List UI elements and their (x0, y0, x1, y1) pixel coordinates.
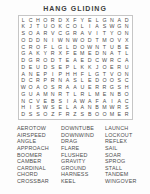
grid-cell-r12c8[interactable]: L (71, 91, 78, 98)
word-item: BOOMER (17, 152, 61, 159)
grid-cell-r15c11[interactable]: O (93, 112, 100, 119)
grid-cell-r15c6[interactable]: F (56, 112, 63, 119)
grid-cell-r15c8[interactable]: Z (71, 112, 78, 119)
grid-cell-r12c13[interactable]: N (108, 91, 115, 98)
word-item: CHORD (17, 171, 61, 178)
word-item: KEEL (61, 178, 105, 185)
grid-cell-r4c9[interactable]: O (79, 37, 86, 44)
grid-cell-r12c12[interactable]: E (101, 91, 108, 98)
word-item: HARNESS (61, 171, 105, 178)
word-item: APPROACH (17, 145, 61, 152)
grid-cell-r12c6[interactable]: R (56, 91, 63, 98)
grid-cell-r8c1[interactable]: D (20, 64, 27, 71)
grid-cell-r12c2[interactable]: U (27, 91, 34, 98)
word-item: SPROG (105, 158, 137, 165)
puzzle-title: HANG GLIDING (0, 0, 150, 12)
grid-cell-r15c2[interactable]: S (27, 112, 34, 119)
grid-cell-r4c15[interactable]: X (123, 37, 130, 44)
grid-cell-r4c10[interactable]: D (86, 37, 93, 44)
word-item: DOWNWIND (61, 132, 105, 139)
word-item: AIRSPEED (17, 132, 61, 139)
word-item: GROUND (61, 165, 105, 172)
grid-cell-r8c5[interactable]: S (49, 64, 56, 71)
grid-cell-r8c6[interactable]: E (56, 64, 63, 71)
grid-cell-r8c8[interactable]: L (71, 64, 78, 71)
grid-cell-r4c12[interactable]: M (101, 37, 108, 44)
grid-cell-r4c5[interactable]: I (49, 37, 56, 44)
grid-cell-r4c6[interactable]: W (56, 37, 63, 44)
grid-cell-r12c3[interactable]: A (34, 91, 41, 98)
grid-cell-r8c13[interactable]: E (108, 64, 115, 71)
grid-cell-r15c3[interactable]: S (34, 112, 41, 119)
grid-cell-r8c12[interactable]: O (101, 64, 108, 71)
grid-cell-r4c7[interactable]: N (64, 37, 71, 44)
grid-cell-r15c5[interactable]: Z (49, 112, 56, 119)
grid-cell-r8c14[interactable]: R (116, 64, 123, 71)
puzzle-sheet: HANG GLIDING LCHORDXFYELGNADKJTUOKCOLIAS… (0, 0, 150, 194)
word-item: CAMBER (17, 158, 61, 165)
word-item: STALL (105, 165, 137, 172)
grid-cell-r8c11[interactable]: J (93, 64, 100, 71)
word-item: CROSSBAR (17, 178, 61, 185)
grid-cell-r15c10[interactable]: B (86, 112, 93, 119)
word-item: WINGOVER (105, 178, 137, 185)
word-item: LAUNCH (105, 125, 137, 132)
grid-cell-r4c1[interactable]: O (20, 37, 27, 44)
grid-cell-r12c15[interactable]: O (123, 91, 130, 98)
grid-cell-r8c4[interactable]: D (42, 64, 49, 71)
grid-cell-r12c1[interactable]: G (20, 91, 27, 98)
grid-cell-r4c13[interactable]: O (108, 37, 115, 44)
grid-cell-r12c14[interactable]: B (116, 91, 123, 98)
word-item: DRAG (61, 138, 105, 145)
grid-cell-r12c9[interactable]: R (79, 91, 86, 98)
grid-cell-r4c3[interactable]: D (34, 37, 41, 44)
grid-cell-r15c15[interactable]: R (123, 112, 130, 119)
word-item: CARDINAL (17, 165, 61, 172)
grid-cell-r4c14[interactable]: V (116, 37, 123, 44)
grid-cell-r8c10[interactable]: K (86, 64, 93, 71)
word-item: TANDEM (105, 171, 137, 178)
grid-cell-r15c4[interactable]: O (42, 112, 49, 119)
word-item: GRAVITY (61, 158, 105, 165)
grid-cell-r15c7[interactable]: R (64, 112, 71, 119)
word-list-column-2: DOWNTUBEDOWNWINDDRAGFLAREFLUSHEDGRAVITYG… (61, 125, 105, 184)
word-item: FLUSHED (61, 152, 105, 159)
grid-cell-r12c11[interactable]: M (93, 91, 100, 98)
grid-cell-r4c2[interactable]: D (27, 37, 34, 44)
grid-cell-r15c14[interactable]: E (116, 112, 123, 119)
grid-cell-r8c15[interactable]: U (123, 64, 130, 71)
word-item: SOAR (105, 152, 137, 159)
letter-grid: LCHORDXFYELGNADKJTUOKCOLIASWGNSOARVCGRAV… (20, 17, 132, 118)
grid-cell-r12c4[interactable]: M (42, 91, 49, 98)
grid-cell-r15c9[interactable]: S (79, 112, 86, 119)
grid-cell-r15c1[interactable]: D (20, 112, 27, 119)
grid-cell-r15c12[interactable]: O (101, 112, 108, 119)
grid-cell-r4c4[interactable]: N (42, 37, 49, 44)
word-item: SAIL (105, 145, 137, 152)
word-search-grid: LCHORDXFYELGNADKJTUOKCOLIASWGNSOARVCGRAV… (18, 15, 133, 120)
grid-cell-r8c7[interactable]: P (64, 64, 71, 71)
word-item: REFLEX (105, 138, 137, 145)
word-item: LOCKOUT (105, 132, 137, 139)
grid-cell-r12c7[interactable]: T (64, 91, 71, 98)
grid-cell-r8c9[interactable]: K (79, 64, 86, 71)
grid-cell-r8c2[interactable]: E (27, 64, 34, 71)
grid-cell-r15c13[interactable]: M (108, 112, 115, 119)
grid-cell-r4c11[interactable]: T (93, 37, 100, 44)
word-list-column-1: AEROTOWAIRSPEEDANGLEAPPROACHBOOMERCAMBER… (17, 125, 61, 184)
word-list-column-3: LAUNCHLOCKOUTREFLEXSAILSOARSPROGSTALLTAN… (105, 125, 137, 184)
grid-cell-r8c3[interactable]: U (34, 64, 41, 71)
word-item: AEROTOW (17, 125, 61, 132)
grid-cell-r4c8[interactable]: W (71, 37, 78, 44)
word-list: AEROTOWAIRSPEEDANGLEAPPROACHBOOMERCAMBER… (17, 125, 150, 184)
grid-cell-r12c10[interactable]: L (86, 91, 93, 98)
word-item: FLARE (61, 145, 105, 152)
grid-cell-r12c5[interactable]: N (49, 91, 56, 98)
word-item: DOWNTUBE (61, 125, 105, 132)
word-item: ANGLE (17, 138, 61, 145)
